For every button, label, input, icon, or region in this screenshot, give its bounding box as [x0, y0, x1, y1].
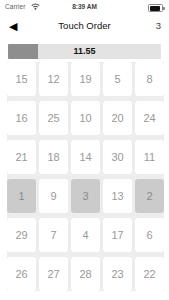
page-title: Touch Order: [30, 20, 139, 31]
grid-cell[interactable]: 3: [71, 179, 100, 213]
nav-bar: ◀ Touch Order 3: [0, 14, 169, 40]
grid-cell[interactable]: 13: [103, 179, 132, 213]
grid-cell[interactable]: 20: [103, 101, 132, 135]
grid-cell[interactable]: 11: [135, 140, 164, 174]
grid-cell[interactable]: 24: [135, 101, 164, 135]
grid-cell[interactable]: 15: [7, 62, 36, 96]
grid-cell[interactable]: 30: [103, 140, 132, 174]
grid-cell[interactable]: 6: [135, 218, 164, 252]
grid-cell[interactable]: 10: [71, 101, 100, 135]
grid-cell[interactable]: 19: [71, 62, 100, 96]
grid-cell[interactable]: 23: [103, 257, 132, 291]
touch-counter: 3: [156, 20, 161, 31]
grid-cell[interactable]: 16: [7, 101, 36, 135]
clock-label: 8:39 AM: [0, 3, 169, 10]
grid-cell[interactable]: 8: [135, 62, 164, 96]
grid-cell[interactable]: 14: [71, 140, 100, 174]
grid-cell[interactable]: 25: [39, 101, 68, 135]
battery-icon: [148, 4, 163, 12]
grid-cell[interactable]: 26: [7, 257, 36, 291]
grid-cell[interactable]: 7: [39, 218, 68, 252]
grid-cell[interactable]: 4: [71, 218, 100, 252]
grid-cell[interactable]: 27: [39, 257, 68, 291]
number-grid: 1512195816251020242118143011193132297417…: [7, 62, 164, 291]
grid-cell[interactable]: 2: [135, 179, 164, 213]
grid-cell[interactable]: 12: [39, 62, 68, 96]
grid-cell[interactable]: 18: [39, 140, 68, 174]
grid-cell[interactable]: 21: [7, 140, 36, 174]
grid-cell[interactable]: 1: [7, 179, 36, 213]
status-bar: Carrier 8:39 AM: [0, 0, 169, 14]
timer-progress-bar: 11.55: [8, 44, 161, 59]
timer-label: 11.55: [8, 44, 161, 59]
grid-cell[interactable]: 28: [71, 257, 100, 291]
grid-cell[interactable]: 9: [39, 179, 68, 213]
grid-cell[interactable]: 5: [103, 62, 132, 96]
grid-cell[interactable]: 17: [103, 218, 132, 252]
grid-cell[interactable]: 22: [135, 257, 164, 291]
app-screen: Carrier 8:39 AM ◀ Touch Order 3 11.55 15…: [0, 0, 169, 300]
back-button[interactable]: ◀: [9, 18, 25, 34]
grid-cell[interactable]: 29: [7, 218, 36, 252]
